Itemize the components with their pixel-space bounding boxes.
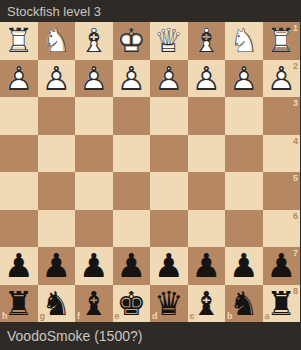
- black-piece-glyph: ♟︎: [154, 249, 184, 282]
- black-piece-glyph: ♟︎: [116, 249, 146, 282]
- square-f4[interactable]: [75, 135, 113, 173]
- white-knight-piece[interactable]: ♞♘: [225, 22, 263, 60]
- white-piece-outline-glyph: ♙: [229, 62, 259, 95]
- white-piece-fill-glyph: ♞: [229, 24, 259, 57]
- square-b6[interactable]: [225, 210, 263, 248]
- black-pawn-piece[interactable]: ♟︎: [225, 247, 263, 285]
- square-e2[interactable]: ♟︎♙: [113, 60, 151, 98]
- square-c8[interactable]: c♝: [188, 285, 226, 323]
- white-piece-outline-glyph: ♘: [229, 24, 259, 57]
- player-name: VoodoSmoke (1500?): [7, 328, 142, 344]
- square-c3[interactable]: [188, 97, 226, 135]
- square-b5[interactable]: [225, 172, 263, 210]
- square-h1[interactable]: ♜♖: [0, 22, 38, 60]
- white-piece-outline-glyph: ♙: [41, 62, 71, 95]
- black-piece-glyph: ♝: [79, 287, 109, 320]
- white-rook-piece[interactable]: ♜♖: [0, 22, 38, 60]
- square-g6[interactable]: [38, 210, 76, 248]
- square-c4[interactable]: [188, 135, 226, 173]
- square-g4[interactable]: [38, 135, 76, 173]
- square-c7[interactable]: ♟︎: [188, 247, 226, 285]
- black-knight-piece[interactable]: ♞: [225, 285, 263, 323]
- white-bishop-piece[interactable]: ♝♗: [75, 22, 113, 60]
- white-piece-outline-glyph: ♙: [191, 62, 221, 95]
- opponent-name: Stockfish level 3: [7, 4, 101, 19]
- square-h6[interactable]: [0, 210, 38, 248]
- black-piece-glyph: ♚: [116, 287, 146, 320]
- square-h7[interactable]: ♟︎: [0, 247, 38, 285]
- square-a5[interactable]: 5: [263, 172, 301, 210]
- square-e1[interactable]: ♚♔: [113, 22, 151, 60]
- black-piece-glyph: ♜: [4, 287, 34, 320]
- square-f7[interactable]: ♟︎: [75, 247, 113, 285]
- black-pawn-piece[interactable]: ♟︎: [188, 247, 226, 285]
- square-b8[interactable]: b♞: [225, 285, 263, 323]
- square-e3[interactable]: [113, 97, 151, 135]
- square-g1[interactable]: ♞♘: [38, 22, 76, 60]
- white-pawn-piece[interactable]: ♟︎♙: [75, 60, 113, 98]
- black-piece-glyph: ♟︎: [191, 249, 221, 282]
- square-e5[interactable]: [113, 172, 151, 210]
- white-piece-fill-glyph: ♝: [79, 24, 109, 57]
- black-pawn-piece[interactable]: ♟︎: [38, 247, 76, 285]
- square-d7[interactable]: ♟︎: [150, 247, 188, 285]
- white-pawn-piece[interactable]: ♟︎♙: [225, 60, 263, 98]
- white-piece-outline-glyph: ♘: [41, 24, 71, 57]
- white-piece-fill-glyph: ♟︎: [79, 62, 109, 95]
- square-d1[interactable]: ♛♕: [150, 22, 188, 60]
- square-d3[interactable]: [150, 97, 188, 135]
- white-piece-fill-glyph: ♚: [116, 24, 146, 57]
- white-pawn-piece[interactable]: ♟︎♙: [0, 60, 38, 98]
- square-f3[interactable]: [75, 97, 113, 135]
- white-piece-outline-glyph: ♗: [79, 24, 109, 57]
- white-piece-fill-glyph: ♞: [41, 24, 71, 57]
- white-piece-outline-glyph: ♔: [116, 24, 146, 57]
- white-piece-fill-glyph: ♛: [154, 24, 184, 57]
- white-piece-outline-glyph: ♙: [79, 62, 109, 95]
- square-b1[interactable]: ♞♘: [225, 22, 263, 60]
- square-e8[interactable]: e♚: [113, 285, 151, 323]
- square-g8[interactable]: g♞: [38, 285, 76, 323]
- white-bishop-piece[interactable]: ♝♗: [188, 22, 226, 60]
- square-b4[interactable]: [225, 135, 263, 173]
- square-e7[interactable]: ♟︎: [113, 247, 151, 285]
- white-piece-outline-glyph: ♙: [266, 62, 296, 95]
- black-piece-glyph: ♛: [154, 287, 184, 320]
- square-e6[interactable]: [113, 210, 151, 248]
- white-pawn-piece[interactable]: ♟︎♙: [150, 60, 188, 98]
- square-f1[interactable]: ♝♗: [75, 22, 113, 60]
- white-piece-outline-glyph: ♖: [4, 24, 34, 57]
- black-pawn-piece[interactable]: ♟︎: [75, 247, 113, 285]
- square-f8[interactable]: f♝: [75, 285, 113, 323]
- white-pawn-piece[interactable]: ♟︎♙: [263, 60, 301, 98]
- white-piece-fill-glyph: ♟︎: [41, 62, 71, 95]
- square-a1[interactable]: 1♜♖: [263, 22, 301, 60]
- black-pawn-piece[interactable]: ♟︎: [150, 247, 188, 285]
- white-pawn-piece[interactable]: ♟︎♙: [188, 60, 226, 98]
- square-b3[interactable]: [225, 97, 263, 135]
- square-f6[interactable]: [75, 210, 113, 248]
- black-piece-glyph: ♟︎: [229, 249, 259, 282]
- black-bishop-piece[interactable]: ♝: [75, 285, 113, 323]
- opponent-bar: Stockfish level 3: [0, 0, 300, 22]
- square-c2[interactable]: ♟︎♙: [188, 60, 226, 98]
- black-piece-glyph: ♞: [41, 287, 71, 320]
- black-rook-piece[interactable]: ♜: [263, 285, 301, 323]
- black-pawn-piece[interactable]: ♟︎: [263, 247, 301, 285]
- white-piece-fill-glyph: ♜: [266, 24, 296, 57]
- white-piece-fill-glyph: ♟︎: [229, 62, 259, 95]
- white-pawn-piece[interactable]: ♟︎♙: [113, 60, 151, 98]
- square-a2[interactable]: 2♟︎♙: [263, 60, 301, 98]
- white-piece-outline-glyph: ♗: [191, 24, 221, 57]
- square-a3[interactable]: 3: [263, 97, 301, 135]
- square-f2[interactable]: ♟︎♙: [75, 60, 113, 98]
- black-piece-glyph: ♝: [191, 287, 221, 320]
- square-h5[interactable]: [0, 172, 38, 210]
- black-piece-glyph: ♟︎: [4, 249, 34, 282]
- white-rook-piece[interactable]: ♜♖: [263, 22, 301, 60]
- square-d4[interactable]: [150, 135, 188, 173]
- square-d8[interactable]: d♛: [150, 285, 188, 323]
- square-a8[interactable]: 8a♜: [263, 285, 301, 323]
- square-b7[interactable]: ♟︎: [225, 247, 263, 285]
- black-knight-piece[interactable]: ♞: [38, 285, 76, 323]
- rank-label-6: 6: [293, 212, 298, 221]
- square-c5[interactable]: [188, 172, 226, 210]
- square-e4[interactable]: [113, 135, 151, 173]
- black-pawn-piece[interactable]: ♟︎: [113, 247, 151, 285]
- square-h3[interactable]: [0, 97, 38, 135]
- black-piece-glyph: ♟︎: [41, 249, 71, 282]
- chess-board: ♜♖♞♘♝♗♚♔♛♕♝♗♞♘1♜♖♟︎♙♟︎♙♟︎♙♟︎♙♟︎♙♟︎♙♟︎♙2♟…: [0, 22, 300, 322]
- black-piece-glyph: ♞: [229, 287, 259, 320]
- square-h4[interactable]: [0, 135, 38, 173]
- white-piece-fill-glyph: ♝: [191, 24, 221, 57]
- square-g2[interactable]: ♟︎♙: [38, 60, 76, 98]
- white-piece-outline-glyph: ♙: [4, 62, 34, 95]
- square-a4[interactable]: 4: [263, 135, 301, 173]
- white-piece-fill-glyph: ♟︎: [191, 62, 221, 95]
- square-h8[interactable]: h♜: [0, 285, 38, 323]
- square-a6[interactable]: 6: [263, 210, 301, 248]
- black-queen-piece[interactable]: ♛: [150, 285, 188, 323]
- square-d6[interactable]: [150, 210, 188, 248]
- square-h2[interactable]: ♟︎♙: [0, 60, 38, 98]
- black-king-piece[interactable]: ♚: [113, 285, 151, 323]
- white-piece-fill-glyph: ♟︎: [4, 62, 34, 95]
- square-g5[interactable]: [38, 172, 76, 210]
- white-knight-piece[interactable]: ♞♘: [38, 22, 76, 60]
- black-pawn-piece[interactable]: ♟︎: [0, 247, 38, 285]
- black-piece-glyph: ♟︎: [266, 249, 296, 282]
- player-bar: VoodoSmoke (1500?): [0, 322, 300, 350]
- white-piece-outline-glyph: ♖: [266, 24, 296, 57]
- white-piece-fill-glyph: ♟︎: [154, 62, 184, 95]
- white-king-piece[interactable]: ♚♔: [113, 22, 151, 60]
- black-rook-piece[interactable]: ♜: [0, 285, 38, 323]
- white-piece-fill-glyph: ♟︎: [116, 62, 146, 95]
- white-queen-piece[interactable]: ♛♕: [150, 22, 188, 60]
- square-c6[interactable]: [188, 210, 226, 248]
- black-bishop-piece[interactable]: ♝: [188, 285, 226, 323]
- white-piece-outline-glyph: ♙: [116, 62, 146, 95]
- square-d2[interactable]: ♟︎♙: [150, 60, 188, 98]
- white-piece-outline-glyph: ♕: [154, 24, 184, 57]
- square-g7[interactable]: ♟︎: [38, 247, 76, 285]
- black-piece-glyph: ♟︎: [79, 249, 109, 282]
- square-c1[interactable]: ♝♗: [188, 22, 226, 60]
- rank-label-5: 5: [293, 174, 298, 183]
- rank-label-3: 3: [293, 99, 298, 108]
- white-piece-outline-glyph: ♙: [154, 62, 184, 95]
- black-piece-glyph: ♜: [266, 287, 296, 320]
- white-piece-fill-glyph: ♟︎: [266, 62, 296, 95]
- square-d5[interactable]: [150, 172, 188, 210]
- square-a7[interactable]: 7♟︎: [263, 247, 301, 285]
- rank-label-4: 4: [293, 137, 298, 146]
- square-f5[interactable]: [75, 172, 113, 210]
- white-pawn-piece[interactable]: ♟︎♙: [38, 60, 76, 98]
- square-g3[interactable]: [38, 97, 76, 135]
- white-piece-fill-glyph: ♜: [4, 24, 34, 57]
- square-b2[interactable]: ♟︎♙: [225, 60, 263, 98]
- game-screen: Stockfish level 3 ♜♖♞♘♝♗♚♔♛♕♝♗♞♘1♜♖♟︎♙♟︎…: [0, 0, 300, 350]
